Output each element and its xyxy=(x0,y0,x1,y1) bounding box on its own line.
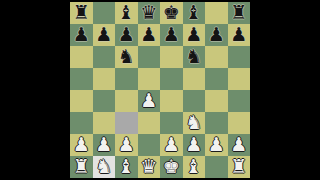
piece-black-pawn[interactable]: ♟ xyxy=(163,25,180,44)
piece-black-queen[interactable]: ♛ xyxy=(140,3,157,22)
square-g6[interactable] xyxy=(205,46,228,68)
square-f7[interactable]: ♟ xyxy=(183,24,206,46)
square-c2[interactable]: ♟ xyxy=(115,134,138,156)
piece-white-pawn[interactable]: ♟ xyxy=(185,135,202,154)
square-h3[interactable] xyxy=(228,112,251,134)
piece-black-rook[interactable]: ♜ xyxy=(73,3,90,22)
square-h2[interactable]: ♟ xyxy=(228,134,251,156)
piece-white-pawn[interactable]: ♟ xyxy=(118,135,135,154)
piece-black-pawn[interactable]: ♟ xyxy=(185,25,202,44)
square-g7[interactable]: ♟ xyxy=(205,24,228,46)
square-f6[interactable]: ♞ xyxy=(183,46,206,68)
piece-white-queen[interactable]: ♛ xyxy=(140,157,157,176)
square-d1[interactable]: ♛ xyxy=(138,156,161,178)
square-c5[interactable] xyxy=(115,68,138,90)
square-e1[interactable]: ♚ xyxy=(160,156,183,178)
square-c1[interactable]: ♝ xyxy=(115,156,138,178)
square-d7[interactable]: ♟ xyxy=(138,24,161,46)
square-c3[interactable] xyxy=(115,112,138,134)
square-b2[interactable]: ♟ xyxy=(93,134,116,156)
square-g4[interactable] xyxy=(205,90,228,112)
piece-white-bishop[interactable]: ♝ xyxy=(185,157,202,176)
piece-black-knight[interactable]: ♞ xyxy=(118,47,135,66)
chess-board: ♜♝♛♚♝♜♟♟♟♟♟♟♟♟♞♞♟♞♟♟♟♟♟♟♟♜♞♝♛♚♝♜ xyxy=(70,2,250,178)
square-c4[interactable] xyxy=(115,90,138,112)
square-b6[interactable] xyxy=(93,46,116,68)
square-a6[interactable] xyxy=(70,46,93,68)
piece-black-king[interactable]: ♚ xyxy=(163,3,180,22)
square-d4[interactable]: ♟ xyxy=(138,90,161,112)
square-b4[interactable] xyxy=(93,90,116,112)
square-a2[interactable]: ♟ xyxy=(70,134,93,156)
square-b1[interactable]: ♞ xyxy=(93,156,116,178)
piece-black-pawn[interactable]: ♟ xyxy=(95,25,112,44)
square-g1[interactable] xyxy=(205,156,228,178)
square-a1[interactable]: ♜ xyxy=(70,156,93,178)
square-f4[interactable] xyxy=(183,90,206,112)
square-e2[interactable]: ♟ xyxy=(160,134,183,156)
square-e8[interactable]: ♚ xyxy=(160,2,183,24)
piece-black-pawn[interactable]: ♟ xyxy=(208,25,225,44)
piece-black-rook[interactable]: ♜ xyxy=(230,3,247,22)
piece-white-pawn[interactable]: ♟ xyxy=(163,135,180,154)
square-f2[interactable]: ♟ xyxy=(183,134,206,156)
square-h6[interactable] xyxy=(228,46,251,68)
square-a3[interactable] xyxy=(70,112,93,134)
square-d6[interactable] xyxy=(138,46,161,68)
square-h4[interactable] xyxy=(228,90,251,112)
square-d3[interactable] xyxy=(138,112,161,134)
piece-black-pawn[interactable]: ♟ xyxy=(140,25,157,44)
piece-white-pawn[interactable]: ♟ xyxy=(95,135,112,154)
square-b7[interactable]: ♟ xyxy=(93,24,116,46)
piece-white-rook[interactable]: ♜ xyxy=(230,157,247,176)
square-a5[interactable] xyxy=(70,68,93,90)
square-h1[interactable]: ♜ xyxy=(228,156,251,178)
letterbox-background: ♜♝♛♚♝♜♟♟♟♟♟♟♟♟♞♞♟♞♟♟♟♟♟♟♟♜♞♝♛♚♝♜ xyxy=(0,0,320,180)
square-f3[interactable]: ♞ xyxy=(183,112,206,134)
square-f5[interactable] xyxy=(183,68,206,90)
square-g8[interactable] xyxy=(205,2,228,24)
piece-white-pawn[interactable]: ♟ xyxy=(230,135,247,154)
square-g3[interactable] xyxy=(205,112,228,134)
piece-white-pawn[interactable]: ♟ xyxy=(73,135,90,154)
piece-white-knight[interactable]: ♞ xyxy=(95,157,112,176)
piece-white-rook[interactable]: ♜ xyxy=(73,157,90,176)
square-f8[interactable]: ♝ xyxy=(183,2,206,24)
square-b5[interactable] xyxy=(93,68,116,90)
piece-white-king[interactable]: ♚ xyxy=(163,157,180,176)
piece-black-bishop[interactable]: ♝ xyxy=(118,3,135,22)
square-d2[interactable] xyxy=(138,134,161,156)
piece-black-bishop[interactable]: ♝ xyxy=(185,3,202,22)
piece-white-bishop[interactable]: ♝ xyxy=(118,157,135,176)
square-e7[interactable]: ♟ xyxy=(160,24,183,46)
piece-white-pawn[interactable]: ♟ xyxy=(208,135,225,154)
square-a4[interactable] xyxy=(70,90,93,112)
square-b3[interactable] xyxy=(93,112,116,134)
square-e3[interactable] xyxy=(160,112,183,134)
square-e5[interactable] xyxy=(160,68,183,90)
piece-white-pawn[interactable]: ♟ xyxy=(140,91,157,110)
piece-black-pawn[interactable]: ♟ xyxy=(230,25,247,44)
piece-black-pawn[interactable]: ♟ xyxy=(118,25,135,44)
square-b8[interactable] xyxy=(93,2,116,24)
square-a7[interactable]: ♟ xyxy=(70,24,93,46)
square-h5[interactable] xyxy=(228,68,251,90)
square-d8[interactable]: ♛ xyxy=(138,2,161,24)
square-c7[interactable]: ♟ xyxy=(115,24,138,46)
piece-white-knight[interactable]: ♞ xyxy=(185,113,202,132)
square-g2[interactable]: ♟ xyxy=(205,134,228,156)
square-e4[interactable] xyxy=(160,90,183,112)
piece-black-pawn[interactable]: ♟ xyxy=(73,25,90,44)
square-c8[interactable]: ♝ xyxy=(115,2,138,24)
square-a8[interactable]: ♜ xyxy=(70,2,93,24)
square-d5[interactable] xyxy=(138,68,161,90)
square-h8[interactable]: ♜ xyxy=(228,2,251,24)
square-f1[interactable]: ♝ xyxy=(183,156,206,178)
square-c6[interactable]: ♞ xyxy=(115,46,138,68)
square-g5[interactable] xyxy=(205,68,228,90)
square-e6[interactable] xyxy=(160,46,183,68)
square-h7[interactable]: ♟ xyxy=(228,24,251,46)
piece-black-knight[interactable]: ♞ xyxy=(185,47,202,66)
